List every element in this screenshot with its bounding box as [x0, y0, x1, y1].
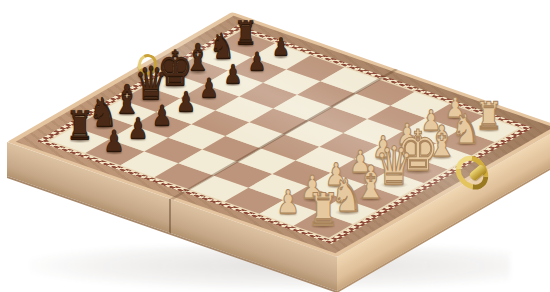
chess-set-photo: ♜♞♝♛♚♝♞♜♟♟♟♟♟♟♟♟♟♟♟♟♟♟♟♟♜♞♝♛♚♝♞♜ [0, 0, 550, 292]
chess-board [7, 12, 550, 257]
brass-clasp-icon [447, 150, 496, 192]
